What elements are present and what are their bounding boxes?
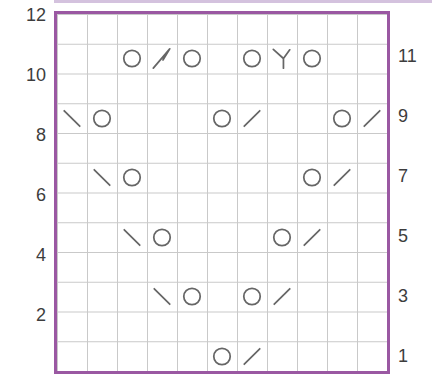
cell-r12-c9 bbox=[297, 14, 327, 44]
cell-r4-c7 bbox=[237, 252, 267, 282]
cell-r6-c1 bbox=[57, 193, 87, 223]
cell-r8-c9 bbox=[297, 133, 327, 163]
cell-r2-c11 bbox=[357, 312, 387, 342]
cell-r11-c9-yarn-over-icon bbox=[297, 44, 327, 74]
cell-r5-c8-yarn-over-icon bbox=[267, 222, 297, 252]
cell-r4-c2 bbox=[87, 252, 117, 282]
cell-r2-c10 bbox=[327, 312, 357, 342]
cell-r9-c5 bbox=[177, 103, 207, 133]
cell-r10-c5 bbox=[177, 74, 207, 104]
cell-r3-c2 bbox=[87, 282, 117, 312]
cell-r6-c11 bbox=[357, 193, 387, 223]
cell-r6-c9 bbox=[297, 193, 327, 223]
cell-r4-c9 bbox=[297, 252, 327, 282]
cell-r3-c8-k2tog-right-decrease-icon bbox=[267, 282, 297, 312]
cell-r4-c5 bbox=[177, 252, 207, 282]
cell-r7-c3-yarn-over-icon bbox=[117, 163, 147, 193]
cell-r8-c8 bbox=[267, 133, 297, 163]
cell-r12-c7 bbox=[237, 14, 267, 44]
cell-r10-c9 bbox=[297, 74, 327, 104]
cell-r1-c3 bbox=[117, 341, 147, 371]
cell-r9-c10-yarn-over-icon bbox=[327, 103, 357, 133]
cell-r9-c2-yarn-over-icon bbox=[87, 103, 117, 133]
cell-r1-c6-yarn-over-icon bbox=[207, 341, 237, 371]
cell-r1-c4 bbox=[147, 341, 177, 371]
cell-r3-c7-yarn-over-icon bbox=[237, 282, 267, 312]
row-number-4: 4 bbox=[0, 244, 48, 266]
cell-r2-c5 bbox=[177, 312, 207, 342]
cell-r6-c8 bbox=[267, 193, 297, 223]
cell-r9-c11-k2tog-right-decrease-icon bbox=[357, 103, 387, 133]
top-edge-decoration bbox=[54, 0, 432, 3]
row-number-3: 3 bbox=[398, 285, 432, 307]
cell-r12-c11 bbox=[357, 14, 387, 44]
row-number-9: 9 bbox=[398, 105, 432, 127]
cell-r8-c4 bbox=[147, 133, 177, 163]
cell-r7-c4 bbox=[147, 163, 177, 193]
cell-r2-c6 bbox=[207, 312, 237, 342]
knitting-chart-page: 12108642 1197531 bbox=[0, 0, 432, 375]
cell-r12-c8 bbox=[267, 14, 297, 44]
cell-r12-c6 bbox=[207, 14, 237, 44]
cell-r4-c8 bbox=[267, 252, 297, 282]
cell-r3-c9 bbox=[297, 282, 327, 312]
cell-r1-c5 bbox=[177, 341, 207, 371]
row-number-6: 6 bbox=[0, 184, 48, 206]
cell-r12-c4 bbox=[147, 14, 177, 44]
cell-r1-c2 bbox=[87, 341, 117, 371]
cell-r8-c2 bbox=[87, 133, 117, 163]
cell-r12-c5 bbox=[177, 14, 207, 44]
cell-r11-c3-yarn-over-icon bbox=[117, 44, 147, 74]
cell-r5-c2 bbox=[87, 222, 117, 252]
cell-r9-c6-yarn-over-icon bbox=[207, 103, 237, 133]
chart-grid bbox=[54, 11, 390, 374]
cell-r4-c6 bbox=[207, 252, 237, 282]
cell-r2-c7 bbox=[237, 312, 267, 342]
cell-r11-c11 bbox=[357, 44, 387, 74]
cell-r11-c2 bbox=[87, 44, 117, 74]
cell-r3-c6 bbox=[207, 282, 237, 312]
cell-r2-c3 bbox=[117, 312, 147, 342]
cell-r6-c3 bbox=[117, 193, 147, 223]
cell-r5-c10 bbox=[327, 222, 357, 252]
cell-r7-c7 bbox=[237, 163, 267, 193]
row-number-8: 8 bbox=[0, 124, 48, 146]
cell-r10-c11 bbox=[357, 74, 387, 104]
row-number-5: 5 bbox=[398, 225, 432, 247]
cell-r8-c3 bbox=[117, 133, 147, 163]
cell-r9-c1-ssk-left-decrease-icon bbox=[57, 103, 87, 133]
cell-r1-c7-k2tog-right-decrease-icon bbox=[237, 341, 267, 371]
cell-r11-c7-yarn-over-icon bbox=[237, 44, 267, 74]
row-number-7: 7 bbox=[398, 165, 432, 187]
cell-r1-c8 bbox=[267, 341, 297, 371]
cell-r2-c1 bbox=[57, 312, 87, 342]
cell-r8-c5 bbox=[177, 133, 207, 163]
cell-r8-c6 bbox=[207, 133, 237, 163]
row-number-1: 1 bbox=[398, 345, 432, 367]
cell-r5-c5 bbox=[177, 222, 207, 252]
cell-r3-c5-yarn-over-icon bbox=[177, 282, 207, 312]
cell-r8-c10 bbox=[327, 133, 357, 163]
cell-r7-c1 bbox=[57, 163, 87, 193]
cell-r7-c6 bbox=[207, 163, 237, 193]
cell-r3-c10 bbox=[327, 282, 357, 312]
cell-r1-c11 bbox=[357, 341, 387, 371]
cell-r11-c8-centered-double-decrease-s2kp-icon bbox=[267, 44, 297, 74]
cell-r5-c9-k2tog-right-decrease-icon bbox=[297, 222, 327, 252]
cell-r5-c11 bbox=[357, 222, 387, 252]
cell-r6-c5 bbox=[177, 193, 207, 223]
cell-r4-c4 bbox=[147, 252, 177, 282]
cell-r3-c4-ssk-left-decrease-icon bbox=[147, 282, 177, 312]
cell-r1-c10 bbox=[327, 341, 357, 371]
cell-r5-c3-ssk-left-decrease-icon bbox=[117, 222, 147, 252]
row-number-11: 11 bbox=[398, 45, 432, 67]
cell-r11-c5-yarn-over-icon bbox=[177, 44, 207, 74]
cell-r10-c6 bbox=[207, 74, 237, 104]
cell-r12-c3 bbox=[117, 14, 147, 44]
cell-r10-c4 bbox=[147, 74, 177, 104]
cell-r10-c10 bbox=[327, 74, 357, 104]
cell-r12-c2 bbox=[87, 14, 117, 44]
cell-r5-c7 bbox=[237, 222, 267, 252]
cell-r4-c3 bbox=[117, 252, 147, 282]
cell-r6-c7 bbox=[237, 193, 267, 223]
cell-r9-c4 bbox=[147, 103, 177, 133]
cell-r5-c1 bbox=[57, 222, 87, 252]
cell-r6-c4 bbox=[147, 193, 177, 223]
cell-r2-c9 bbox=[297, 312, 327, 342]
cell-r12-c10 bbox=[327, 14, 357, 44]
cell-r10-c7 bbox=[237, 74, 267, 104]
cell-r11-c10 bbox=[327, 44, 357, 74]
cell-r9-c8 bbox=[267, 103, 297, 133]
cell-r10-c3 bbox=[117, 74, 147, 104]
cell-r2-c8 bbox=[267, 312, 297, 342]
cell-r11-c6 bbox=[207, 44, 237, 74]
cell-r7-c10-k2tog-right-decrease-icon bbox=[327, 163, 357, 193]
cell-r4-c1 bbox=[57, 252, 87, 282]
cell-r1-c1 bbox=[57, 341, 87, 371]
cell-r10-c1 bbox=[57, 74, 87, 104]
cell-r2-c2 bbox=[87, 312, 117, 342]
cell-r8-c7 bbox=[237, 133, 267, 163]
cell-r11-c1 bbox=[57, 44, 87, 74]
cell-r10-c8 bbox=[267, 74, 297, 104]
cell-r9-c9 bbox=[297, 103, 327, 133]
cell-r4-c11 bbox=[357, 252, 387, 282]
cell-r12-c1 bbox=[57, 14, 87, 44]
cell-r7-c9-yarn-over-icon bbox=[297, 163, 327, 193]
cell-r6-c2 bbox=[87, 193, 117, 223]
cell-r9-c7-k2tog-right-decrease-icon bbox=[237, 103, 267, 133]
cell-r9-c3 bbox=[117, 103, 147, 133]
cell-r8-c1 bbox=[57, 133, 87, 163]
cell-r1-c9 bbox=[297, 341, 327, 371]
cell-r7-c5 bbox=[177, 163, 207, 193]
row-number-10: 10 bbox=[0, 64, 48, 86]
row-number-12: 12 bbox=[0, 4, 48, 26]
cell-r2-c4 bbox=[147, 312, 177, 342]
cell-r11-c4-right-double-decrease-k3tog-icon bbox=[147, 44, 177, 74]
cell-r6-c10 bbox=[327, 193, 357, 223]
cell-r5-c4-yarn-over-icon bbox=[147, 222, 177, 252]
cell-r7-c8 bbox=[267, 163, 297, 193]
cell-r7-c2-ssk-left-decrease-icon bbox=[87, 163, 117, 193]
cell-r7-c11 bbox=[357, 163, 387, 193]
cell-r3-c11 bbox=[357, 282, 387, 312]
cell-r6-c6 bbox=[207, 193, 237, 223]
cell-r10-c2 bbox=[87, 74, 117, 104]
cell-r8-c11 bbox=[357, 133, 387, 163]
cell-r3-c3 bbox=[117, 282, 147, 312]
row-number-2: 2 bbox=[0, 304, 48, 326]
cell-r3-c1 bbox=[57, 282, 87, 312]
cell-r4-c10 bbox=[327, 252, 357, 282]
cell-r5-c6 bbox=[207, 222, 237, 252]
